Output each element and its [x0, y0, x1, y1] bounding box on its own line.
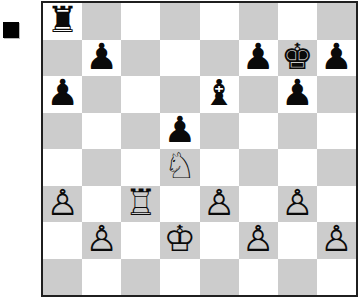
- square-d8[interactable]: [160, 3, 199, 40]
- square-h8[interactable]: [317, 3, 356, 40]
- square-e6[interactable]: ♝: [200, 76, 239, 113]
- square-c7[interactable]: [121, 40, 160, 77]
- square-e5[interactable]: [200, 113, 239, 150]
- square-f5[interactable]: [239, 113, 278, 150]
- square-b5[interactable]: [82, 113, 121, 150]
- square-d7[interactable]: [160, 40, 199, 77]
- square-d6[interactable]: [160, 76, 199, 113]
- square-h7[interactable]: ♟: [317, 40, 356, 77]
- square-h1[interactable]: [317, 259, 356, 296]
- square-h6[interactable]: [317, 76, 356, 113]
- square-b2[interactable]: ♙: [82, 222, 121, 259]
- black-pawn: ♟: [46, 76, 78, 111]
- square-f3[interactable]: [239, 186, 278, 223]
- square-d4[interactable]: ♘: [160, 149, 199, 186]
- square-c1[interactable]: [121, 259, 160, 296]
- square-g8[interactable]: [278, 3, 317, 40]
- white-pawn: ♙: [86, 222, 118, 257]
- square-f6[interactable]: [239, 76, 278, 113]
- square-b8[interactable]: [82, 3, 121, 40]
- square-a3[interactable]: ♙: [43, 186, 82, 223]
- white-knight: ♘: [164, 149, 196, 184]
- square-h3[interactable]: [317, 186, 356, 223]
- square-g1[interactable]: [278, 259, 317, 296]
- square-e7[interactable]: [200, 40, 239, 77]
- square-c5[interactable]: [121, 113, 160, 150]
- square-a1[interactable]: [43, 259, 82, 296]
- square-b3[interactable]: [82, 186, 121, 223]
- black-pawn: ♟: [242, 40, 274, 75]
- square-b1[interactable]: [82, 259, 121, 296]
- square-g6[interactable]: ♟: [278, 76, 317, 113]
- black-pawn: ♟: [281, 76, 313, 111]
- square-c2[interactable]: [121, 222, 160, 259]
- black-bishop: ♝: [203, 76, 235, 111]
- chess-board: ♜♟♟♚♟♟♝♟♟♘♙♖♙♙♙♔♙♙: [41, 1, 358, 297]
- square-f4[interactable]: [239, 149, 278, 186]
- square-g3[interactable]: ♙: [278, 186, 317, 223]
- chess-diagram-page: ♜♟♟♚♟♟♝♟♟♘♙♖♙♙♙♔♙♙: [0, 0, 364, 302]
- black-pawn: ♟: [86, 40, 118, 75]
- square-f2[interactable]: ♙: [239, 222, 278, 259]
- square-g2[interactable]: [278, 222, 317, 259]
- white-pawn: ♙: [320, 222, 352, 257]
- square-a4[interactable]: [43, 149, 82, 186]
- white-pawn: ♙: [46, 186, 78, 221]
- white-king: ♔: [164, 222, 196, 257]
- square-a8[interactable]: ♜: [43, 3, 82, 40]
- square-a5[interactable]: [43, 113, 82, 150]
- black-pawn: ♟: [320, 40, 352, 75]
- square-c4[interactable]: [121, 149, 160, 186]
- square-h2[interactable]: ♙: [317, 222, 356, 259]
- white-pawn: ♙: [242, 222, 274, 257]
- square-b6[interactable]: [82, 76, 121, 113]
- square-d2[interactable]: ♔: [160, 222, 199, 259]
- square-b4[interactable]: [82, 149, 121, 186]
- square-f1[interactable]: [239, 259, 278, 296]
- square-h4[interactable]: [317, 149, 356, 186]
- square-g7[interactable]: ♚: [278, 40, 317, 77]
- square-e3[interactable]: ♙: [200, 186, 239, 223]
- square-d1[interactable]: [160, 259, 199, 296]
- square-b7[interactable]: ♟: [82, 40, 121, 77]
- black-king: ♚: [281, 40, 313, 75]
- white-rook: ♖: [125, 186, 157, 221]
- square-c6[interactable]: [121, 76, 160, 113]
- square-a2[interactable]: [43, 222, 82, 259]
- square-e4[interactable]: [200, 149, 239, 186]
- square-e8[interactable]: [200, 3, 239, 40]
- black-rook: ♜: [46, 3, 78, 38]
- square-c3[interactable]: ♖: [121, 186, 160, 223]
- square-f8[interactable]: [239, 3, 278, 40]
- square-g4[interactable]: [278, 149, 317, 186]
- square-e2[interactable]: [200, 222, 239, 259]
- square-h5[interactable]: [317, 113, 356, 150]
- square-g5[interactable]: [278, 113, 317, 150]
- square-a7[interactable]: [43, 40, 82, 77]
- white-pawn: ♙: [281, 186, 313, 221]
- square-f7[interactable]: ♟: [239, 40, 278, 77]
- square-e1[interactable]: [200, 259, 239, 296]
- square-c8[interactable]: [121, 3, 160, 40]
- square-d3[interactable]: [160, 186, 199, 223]
- black-pawn: ♟: [164, 113, 196, 148]
- white-pawn: ♙: [203, 186, 235, 221]
- black-to-move-indicator: [3, 22, 19, 38]
- square-d5[interactable]: ♟: [160, 113, 199, 150]
- square-a6[interactable]: ♟: [43, 76, 82, 113]
